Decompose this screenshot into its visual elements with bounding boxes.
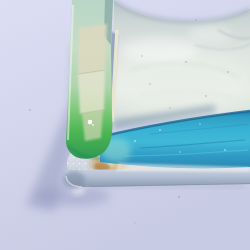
curved-white-panel <box>110 0 250 129</box>
glass-dish-photo-canvas <box>0 0 250 250</box>
photograph-fused-glass-dish <box>0 0 250 250</box>
green-edge-strip <box>66 0 113 159</box>
specular-dot <box>88 120 93 125</box>
panel-highlight <box>122 37 198 63</box>
